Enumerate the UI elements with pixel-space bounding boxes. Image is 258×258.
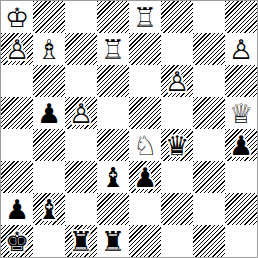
piece-white-pawn: ♙	[65, 97, 97, 129]
square-d8[interactable]	[97, 1, 129, 33]
piece-black-pawn: ♟	[129, 161, 161, 193]
square-e4[interactable]: ♞♘	[129, 129, 161, 161]
square-d3[interactable]: ♝	[97, 161, 129, 193]
piece-white-knight: ♘	[129, 129, 161, 161]
white-bishop-fill: ♝	[33, 33, 65, 65]
square-e1[interactable]	[129, 225, 161, 257]
square-b8[interactable]	[33, 1, 65, 33]
square-g4[interactable]	[193, 129, 225, 161]
white-pawn-fill: ♟	[65, 97, 97, 129]
square-g3[interactable]	[193, 161, 225, 193]
white-king-fill: ♚	[1, 1, 33, 33]
square-d2[interactable]	[97, 193, 129, 225]
square-g6[interactable]	[193, 65, 225, 97]
square-c7[interactable]	[65, 33, 97, 65]
square-h3[interactable]	[225, 161, 257, 193]
square-h2[interactable]	[225, 193, 257, 225]
square-g1[interactable]	[193, 225, 225, 257]
square-h8[interactable]	[225, 1, 257, 33]
white-knight-fill: ♞	[129, 129, 161, 161]
square-c8[interactable]	[65, 1, 97, 33]
square-g5[interactable]	[193, 97, 225, 129]
square-c6[interactable]	[65, 65, 97, 97]
square-f2[interactable]	[161, 193, 193, 225]
square-c5[interactable]: ♟♙	[65, 97, 97, 129]
chess-diagram: ♚♔♜♖♟♙♝♗♜♖♟♙♟♙♟♟♙♛♕♞♘♛♟♝♟♟♝♚♜♜	[0, 0, 258, 258]
square-c2[interactable]	[65, 193, 97, 225]
piece-black-rook: ♜	[65, 225, 97, 257]
piece-white-pawn: ♙	[1, 33, 33, 65]
square-f8[interactable]	[161, 1, 193, 33]
square-h7[interactable]: ♟♙	[225, 33, 257, 65]
piece-white-bishop: ♗	[33, 33, 65, 65]
square-g2[interactable]	[193, 193, 225, 225]
square-b6[interactable]	[33, 65, 65, 97]
square-h1[interactable]	[225, 225, 257, 257]
square-b3[interactable]	[33, 161, 65, 193]
piece-black-bishop: ♝	[97, 161, 129, 193]
square-h6[interactable]	[225, 65, 257, 97]
square-e8[interactable]: ♜♖	[129, 1, 161, 33]
square-b2[interactable]: ♝	[33, 193, 65, 225]
white-rook-fill: ♜	[129, 1, 161, 33]
piece-white-pawn: ♙	[161, 65, 193, 97]
white-pawn-fill: ♟	[1, 33, 33, 65]
square-h5[interactable]: ♛♕	[225, 97, 257, 129]
square-a5[interactable]	[1, 97, 33, 129]
square-a4[interactable]	[1, 129, 33, 161]
piece-white-rook: ♖	[97, 33, 129, 65]
piece-white-rook: ♖	[129, 1, 161, 33]
square-d5[interactable]	[97, 97, 129, 129]
piece-black-queen: ♛	[161, 129, 193, 161]
square-f1[interactable]	[161, 225, 193, 257]
square-b1[interactable]	[33, 225, 65, 257]
piece-black-rook: ♜	[97, 225, 129, 257]
square-f3[interactable]	[161, 161, 193, 193]
white-pawn-fill: ♟	[161, 65, 193, 97]
square-e6[interactable]	[129, 65, 161, 97]
square-a8[interactable]: ♚♔	[1, 1, 33, 33]
square-a7[interactable]: ♟♙	[1, 33, 33, 65]
square-d1[interactable]: ♜	[97, 225, 129, 257]
square-a1[interactable]: ♚	[1, 225, 33, 257]
piece-black-king: ♚	[1, 225, 33, 257]
piece-black-pawn: ♟	[33, 97, 65, 129]
square-d6[interactable]	[97, 65, 129, 97]
square-e7[interactable]	[129, 33, 161, 65]
square-e3[interactable]: ♟	[129, 161, 161, 193]
square-a6[interactable]	[1, 65, 33, 97]
square-e2[interactable]	[129, 193, 161, 225]
white-rook-fill: ♜	[97, 33, 129, 65]
square-d4[interactable]	[97, 129, 129, 161]
piece-black-pawn: ♟	[1, 193, 33, 225]
square-c1[interactable]: ♜	[65, 225, 97, 257]
square-d7[interactable]: ♜♖	[97, 33, 129, 65]
square-b4[interactable]	[33, 129, 65, 161]
square-c4[interactable]	[65, 129, 97, 161]
square-h4[interactable]: ♟	[225, 129, 257, 161]
piece-white-pawn: ♙	[225, 33, 257, 65]
square-c3[interactable]	[65, 161, 97, 193]
square-a2[interactable]: ♟	[1, 193, 33, 225]
square-g7[interactable]	[193, 33, 225, 65]
square-b7[interactable]: ♝♗	[33, 33, 65, 65]
square-g8[interactable]	[193, 1, 225, 33]
square-a3[interactable]	[1, 161, 33, 193]
square-f4[interactable]: ♛	[161, 129, 193, 161]
white-pawn-fill: ♟	[225, 33, 257, 65]
piece-white-queen: ♕	[225, 97, 257, 129]
piece-white-king: ♔	[1, 1, 33, 33]
square-e5[interactable]	[129, 97, 161, 129]
square-b5[interactable]: ♟	[33, 97, 65, 129]
chess-board: ♚♔♜♖♟♙♝♗♜♖♟♙♟♙♟♟♙♛♕♞♘♛♟♝♟♟♝♚♜♜	[0, 0, 258, 258]
square-f6[interactable]: ♟♙	[161, 65, 193, 97]
piece-black-bishop: ♝	[33, 193, 65, 225]
square-f5[interactable]	[161, 97, 193, 129]
piece-black-pawn: ♟	[225, 129, 257, 161]
white-queen-fill: ♛	[225, 97, 257, 129]
square-f7[interactable]	[161, 33, 193, 65]
